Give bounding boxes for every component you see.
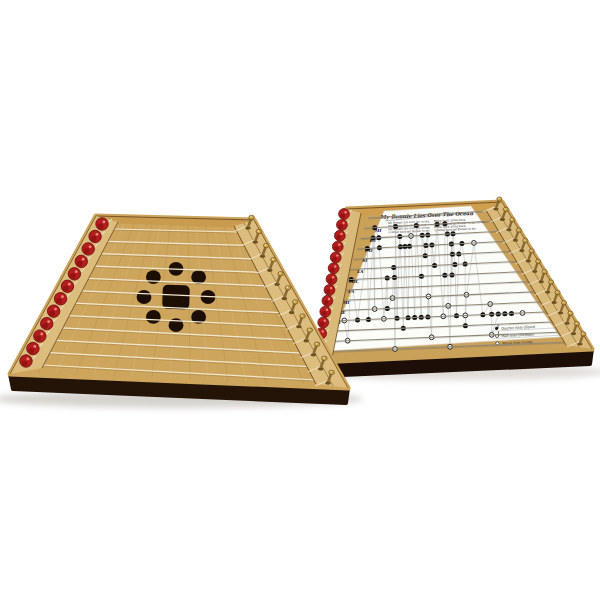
red-hitch-pin <box>326 289 331 294</box>
product-photo-stage: My Bonnie Lies Over The Ocean My Bonnie … <box>0 0 600 600</box>
red-hitch-pin <box>326 309 328 311</box>
red-hitch-pin <box>54 308 57 311</box>
red-hitch-pin <box>336 235 341 240</box>
red-hitch-pin <box>49 311 55 317</box>
gold-pin-head <box>581 332 586 336</box>
gold-pin-highlight <box>537 260 539 262</box>
red-hitch-pin <box>27 358 30 361</box>
gold-pin-head <box>292 300 298 304</box>
gold-pin-head <box>271 257 277 261</box>
gold-pin-highlight <box>323 357 325 359</box>
gold-pin-head <box>263 243 269 247</box>
red-hitch-pin <box>340 213 345 218</box>
red-hitch-pin <box>338 224 343 229</box>
gold-pin-highlight <box>301 315 303 317</box>
red-hitch-pin <box>342 222 344 224</box>
gold-pin-highlight <box>575 322 577 324</box>
gold-pin-head <box>278 272 284 276</box>
red-hitch-pin <box>340 233 342 235</box>
red-hitch-pin <box>68 283 71 286</box>
red-hitch-pin <box>47 320 50 323</box>
red-hitch-pin <box>82 258 85 261</box>
red-hitch-pin <box>96 233 99 236</box>
gold-pin-head <box>548 280 553 284</box>
gold-pin-head <box>256 229 262 233</box>
red-hitch-pin <box>330 268 335 273</box>
red-hitch-pin <box>89 245 92 248</box>
gold-pin-highlight <box>250 216 252 218</box>
gold-pin-head <box>300 314 306 318</box>
gold-pin-head <box>329 370 335 374</box>
red-hitch-pin <box>322 311 327 316</box>
gold-pin-head <box>322 356 328 360</box>
red-hitch-pin <box>320 322 325 327</box>
gold-pin-head <box>523 238 528 242</box>
red-hitch-pin <box>334 246 339 251</box>
red-hitch-pin <box>77 261 83 267</box>
gold-pin-highlight <box>556 291 558 293</box>
ring-sound-hole <box>191 270 206 284</box>
red-hitch-pin <box>336 254 338 256</box>
gold-pin-head <box>542 270 547 274</box>
ring-sound-hole <box>137 290 152 304</box>
gold-pin-highlight <box>517 229 519 231</box>
gold-pin-head <box>555 290 560 294</box>
gold-pin-head <box>249 215 255 219</box>
gold-pin-head <box>510 218 515 222</box>
red-hitch-pin <box>322 330 324 332</box>
red-hitch-pin <box>91 236 97 242</box>
red-hitch-pin <box>40 333 43 336</box>
gold-pin-highlight <box>257 230 259 232</box>
gold-pin-head <box>529 249 534 253</box>
ring-sound-hole <box>146 310 161 324</box>
red-hitch-pin <box>75 270 78 273</box>
red-hitch-pin <box>63 286 69 292</box>
red-hitch-pin <box>332 276 334 278</box>
gold-pin-head <box>516 228 521 232</box>
gold-pin-highlight <box>563 301 565 303</box>
red-hitch-pin <box>332 257 337 262</box>
red-hitch-pin <box>22 360 28 366</box>
gold-pin-highlight <box>524 239 526 241</box>
red-hitch-pin <box>334 265 336 267</box>
gold-pin-head <box>497 197 502 201</box>
gold-pin-highlight <box>530 250 532 252</box>
gold-pin-highlight <box>504 208 506 210</box>
red-hitch-pin <box>338 244 340 246</box>
gold-pin-highlight <box>511 218 513 220</box>
red-hitch-pin <box>328 278 333 283</box>
gold-pin-highlight <box>286 286 288 288</box>
red-hitch-pin <box>98 223 104 229</box>
gold-pin-highlight <box>582 333 584 335</box>
gold-pin-head <box>307 328 313 332</box>
red-hitch-pin <box>103 221 106 224</box>
red-hitch-pin <box>344 211 346 213</box>
red-hitch-pin <box>61 295 64 298</box>
gold-pin-highlight <box>498 198 500 200</box>
gold-pin-highlight <box>294 300 296 302</box>
gold-pin-highlight <box>308 329 310 331</box>
red-hitch-pin <box>70 273 76 279</box>
gold-pin-head <box>574 322 579 326</box>
gold-pin-head <box>561 301 566 305</box>
gold-pin-highlight <box>265 244 267 246</box>
gold-pin-highlight <box>550 281 552 283</box>
red-hitch-pin <box>84 248 90 254</box>
red-hitch-pin <box>324 319 326 321</box>
gold-pin-highlight <box>569 312 571 314</box>
center-sound-hole <box>162 285 190 310</box>
gold-pin-highlight <box>272 258 274 260</box>
gold-pin-head <box>503 207 508 211</box>
gold-pin-head <box>536 259 541 263</box>
gold-pin-head <box>568 311 573 315</box>
gold-pin-highlight <box>315 343 317 345</box>
gold-pin-highlight <box>279 272 281 274</box>
red-hitch-pin <box>56 298 62 304</box>
red-hitch-pin <box>324 300 329 305</box>
gold-pin-head <box>314 342 320 346</box>
gold-pin-head <box>285 286 291 290</box>
lap-harps-photo: My Bonnie Lies Over The Ocean My Bonnie … <box>0 0 600 600</box>
red-hitch-pin <box>42 323 48 329</box>
gold-pin-highlight <box>330 371 332 373</box>
red-hitch-pin <box>328 298 330 300</box>
red-hitch-pin <box>33 345 36 348</box>
red-hitch-pin <box>35 335 41 341</box>
gold-pin-highlight <box>543 270 545 272</box>
red-hitch-pin <box>330 287 332 289</box>
red-hitch-pin <box>29 348 35 354</box>
